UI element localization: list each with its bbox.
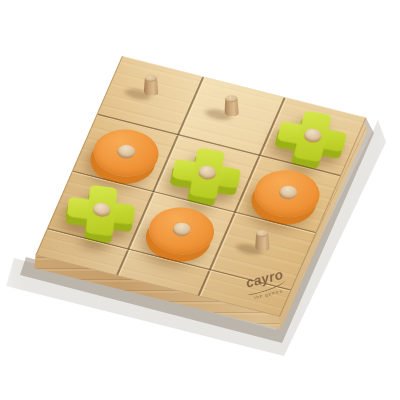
peg-cap	[172, 221, 193, 237]
piece-o-disc[interactable]	[247, 164, 328, 224]
peg-cap	[116, 143, 137, 159]
piece-x-cross[interactable]	[65, 182, 136, 239]
empty-peg[interactable]	[255, 230, 270, 251]
peg-cap	[277, 184, 298, 200]
piece-o-disc[interactable]	[85, 123, 166, 183]
empty-peg[interactable]	[224, 95, 239, 116]
product-photo-scene: cayro the games	[0, 0, 400, 400]
piece-x-cross[interactable]	[169, 144, 244, 202]
piece-o-disc[interactable]	[141, 201, 222, 261]
peg-top	[145, 75, 157, 82]
peg-top	[225, 95, 237, 102]
piece-x-cross[interactable]	[274, 107, 351, 166]
empty-peg[interactable]	[143, 75, 158, 96]
